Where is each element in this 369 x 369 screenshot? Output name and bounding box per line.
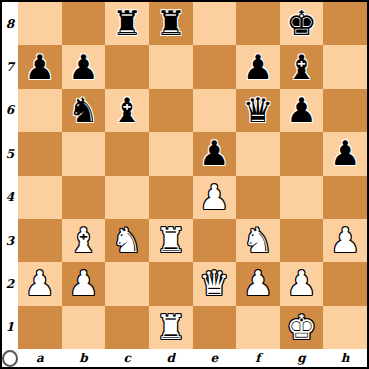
square-a6[interactable] bbox=[18, 89, 62, 132]
piece-white-rook[interactable]: ♜ bbox=[155, 219, 185, 262]
piece-black-pawn[interactable]: ♟ bbox=[330, 132, 360, 175]
square-b7[interactable]: ♟ bbox=[62, 45, 106, 88]
piece-white-pawn[interactable]: ♟ bbox=[330, 219, 360, 262]
turn-indicator bbox=[2, 349, 18, 367]
square-d6[interactable] bbox=[149, 89, 193, 132]
piece-white-pawn[interactable]: ♟ bbox=[243, 262, 273, 305]
rank-label-1: 1 bbox=[2, 306, 18, 349]
square-b5[interactable] bbox=[62, 132, 106, 175]
square-d5[interactable] bbox=[149, 132, 193, 175]
square-d2[interactable] bbox=[149, 262, 193, 305]
square-a7[interactable]: ♟ bbox=[18, 45, 62, 88]
file-label-c: c bbox=[105, 349, 149, 367]
file-label-b: b bbox=[62, 349, 106, 367]
square-f3[interactable]: ♞ bbox=[236, 219, 280, 262]
square-g8[interactable]: ♚ bbox=[280, 2, 324, 45]
piece-white-king[interactable]: ♚ bbox=[286, 306, 316, 349]
square-d7[interactable] bbox=[149, 45, 193, 88]
square-h2[interactable] bbox=[323, 262, 367, 305]
square-h6[interactable] bbox=[323, 89, 367, 132]
file-label-f: f bbox=[236, 349, 280, 367]
square-b2[interactable]: ♟ bbox=[62, 262, 106, 305]
piece-white-knight[interactable]: ♞ bbox=[243, 219, 273, 262]
piece-black-rook[interactable]: ♜ bbox=[112, 2, 142, 45]
rank-label-6: 6 bbox=[2, 89, 18, 132]
piece-black-king[interactable]: ♚ bbox=[286, 2, 316, 45]
square-f2[interactable]: ♟ bbox=[236, 262, 280, 305]
rank-label-8: 8 bbox=[2, 2, 18, 45]
piece-black-pawn[interactable]: ♟ bbox=[243, 46, 273, 89]
square-h8[interactable] bbox=[323, 2, 367, 45]
piece-white-pawn[interactable]: ♟ bbox=[199, 176, 229, 219]
square-f7[interactable]: ♟ bbox=[236, 45, 280, 88]
square-d3[interactable]: ♜ bbox=[149, 219, 193, 262]
square-c5[interactable] bbox=[105, 132, 149, 175]
square-g2[interactable]: ♟ bbox=[280, 262, 324, 305]
square-e4[interactable]: ♟ bbox=[193, 176, 237, 219]
square-a2[interactable]: ♟ bbox=[18, 262, 62, 305]
square-f1[interactable] bbox=[236, 306, 280, 349]
square-d4[interactable] bbox=[149, 176, 193, 219]
file-label-g: g bbox=[280, 349, 324, 367]
square-h1[interactable] bbox=[323, 306, 367, 349]
rank-label-4: 4 bbox=[2, 176, 18, 219]
piece-black-rook[interactable]: ♜ bbox=[155, 2, 185, 45]
square-b8[interactable] bbox=[62, 2, 106, 45]
white-to-move-circle-icon bbox=[2, 350, 18, 367]
square-c1[interactable] bbox=[105, 306, 149, 349]
file-label-a: a bbox=[18, 349, 62, 367]
file-label-d: d bbox=[149, 349, 193, 367]
square-d8[interactable]: ♜ bbox=[149, 2, 193, 45]
piece-black-queen[interactable]: ♛ bbox=[243, 89, 273, 132]
square-a1[interactable] bbox=[18, 306, 62, 349]
piece-black-bishop[interactable]: ♝ bbox=[112, 89, 142, 132]
square-a3[interactable] bbox=[18, 219, 62, 262]
square-e1[interactable] bbox=[193, 306, 237, 349]
square-f4[interactable] bbox=[236, 176, 280, 219]
square-e8[interactable] bbox=[193, 2, 237, 45]
piece-black-pawn[interactable]: ♟ bbox=[199, 132, 229, 175]
rank-label-3: 3 bbox=[2, 219, 18, 262]
piece-white-knight[interactable]: ♞ bbox=[112, 219, 142, 262]
square-b1[interactable] bbox=[62, 306, 106, 349]
piece-white-bishop[interactable]: ♝ bbox=[68, 219, 98, 262]
square-e2[interactable]: ♛ bbox=[193, 262, 237, 305]
piece-white-queen[interactable]: ♛ bbox=[199, 262, 229, 305]
piece-black-pawn[interactable]: ♟ bbox=[25, 46, 55, 89]
square-f5[interactable] bbox=[236, 132, 280, 175]
square-c3[interactable]: ♞ bbox=[105, 219, 149, 262]
square-c6[interactable]: ♝ bbox=[105, 89, 149, 132]
file-label-h: h bbox=[323, 349, 367, 367]
piece-white-rook[interactable]: ♜ bbox=[155, 306, 185, 349]
square-h3[interactable]: ♟ bbox=[323, 219, 367, 262]
square-b3[interactable]: ♝ bbox=[62, 219, 106, 262]
piece-white-pawn[interactable]: ♟ bbox=[286, 262, 316, 305]
piece-black-bishop[interactable]: ♝ bbox=[286, 46, 316, 89]
square-a4[interactable] bbox=[18, 176, 62, 219]
square-a5[interactable] bbox=[18, 132, 62, 175]
square-g4[interactable] bbox=[280, 176, 324, 219]
square-c2[interactable] bbox=[105, 262, 149, 305]
square-d1[interactable]: ♜ bbox=[149, 306, 193, 349]
square-g7[interactable]: ♝ bbox=[280, 45, 324, 88]
rank-label-2: 2 bbox=[2, 262, 18, 305]
square-h5[interactable]: ♟ bbox=[323, 132, 367, 175]
square-c7[interactable] bbox=[105, 45, 149, 88]
rank-label-5: 5 bbox=[2, 132, 18, 175]
piece-white-pawn[interactable]: ♟ bbox=[25, 262, 55, 305]
square-e3[interactable] bbox=[193, 219, 237, 262]
square-a8[interactable] bbox=[18, 2, 62, 45]
square-e6[interactable] bbox=[193, 89, 237, 132]
square-g1[interactable]: ♚ bbox=[280, 306, 324, 349]
square-h4[interactable] bbox=[323, 176, 367, 219]
piece-black-pawn[interactable]: ♟ bbox=[68, 46, 98, 89]
square-e7[interactable] bbox=[193, 45, 237, 88]
square-b4[interactable] bbox=[62, 176, 106, 219]
square-c8[interactable]: ♜ bbox=[105, 2, 149, 45]
square-g6[interactable]: ♟ bbox=[280, 89, 324, 132]
piece-black-pawn[interactable]: ♟ bbox=[286, 89, 316, 132]
square-f8[interactable] bbox=[236, 2, 280, 45]
square-e5[interactable]: ♟ bbox=[193, 132, 237, 175]
square-g3[interactable] bbox=[280, 219, 324, 262]
piece-white-pawn[interactable]: ♟ bbox=[68, 262, 98, 305]
rank-label-7: 7 bbox=[2, 45, 18, 88]
square-f6[interactable]: ♛ bbox=[236, 89, 280, 132]
square-c4[interactable] bbox=[105, 176, 149, 219]
square-g5[interactable] bbox=[280, 132, 324, 175]
piece-black-knight[interactable]: ♞ bbox=[68, 89, 98, 132]
square-h7[interactable] bbox=[323, 45, 367, 88]
file-label-e: e bbox=[193, 349, 237, 367]
chess-board: 8♜♜♚7♟♟♟♝6♞♝♛♟5♟♟4♟3♝♞♜♞♟2♟♟♛♟♟1♜♚abcdef… bbox=[0, 0, 369, 369]
square-b6[interactable]: ♞ bbox=[62, 89, 106, 132]
